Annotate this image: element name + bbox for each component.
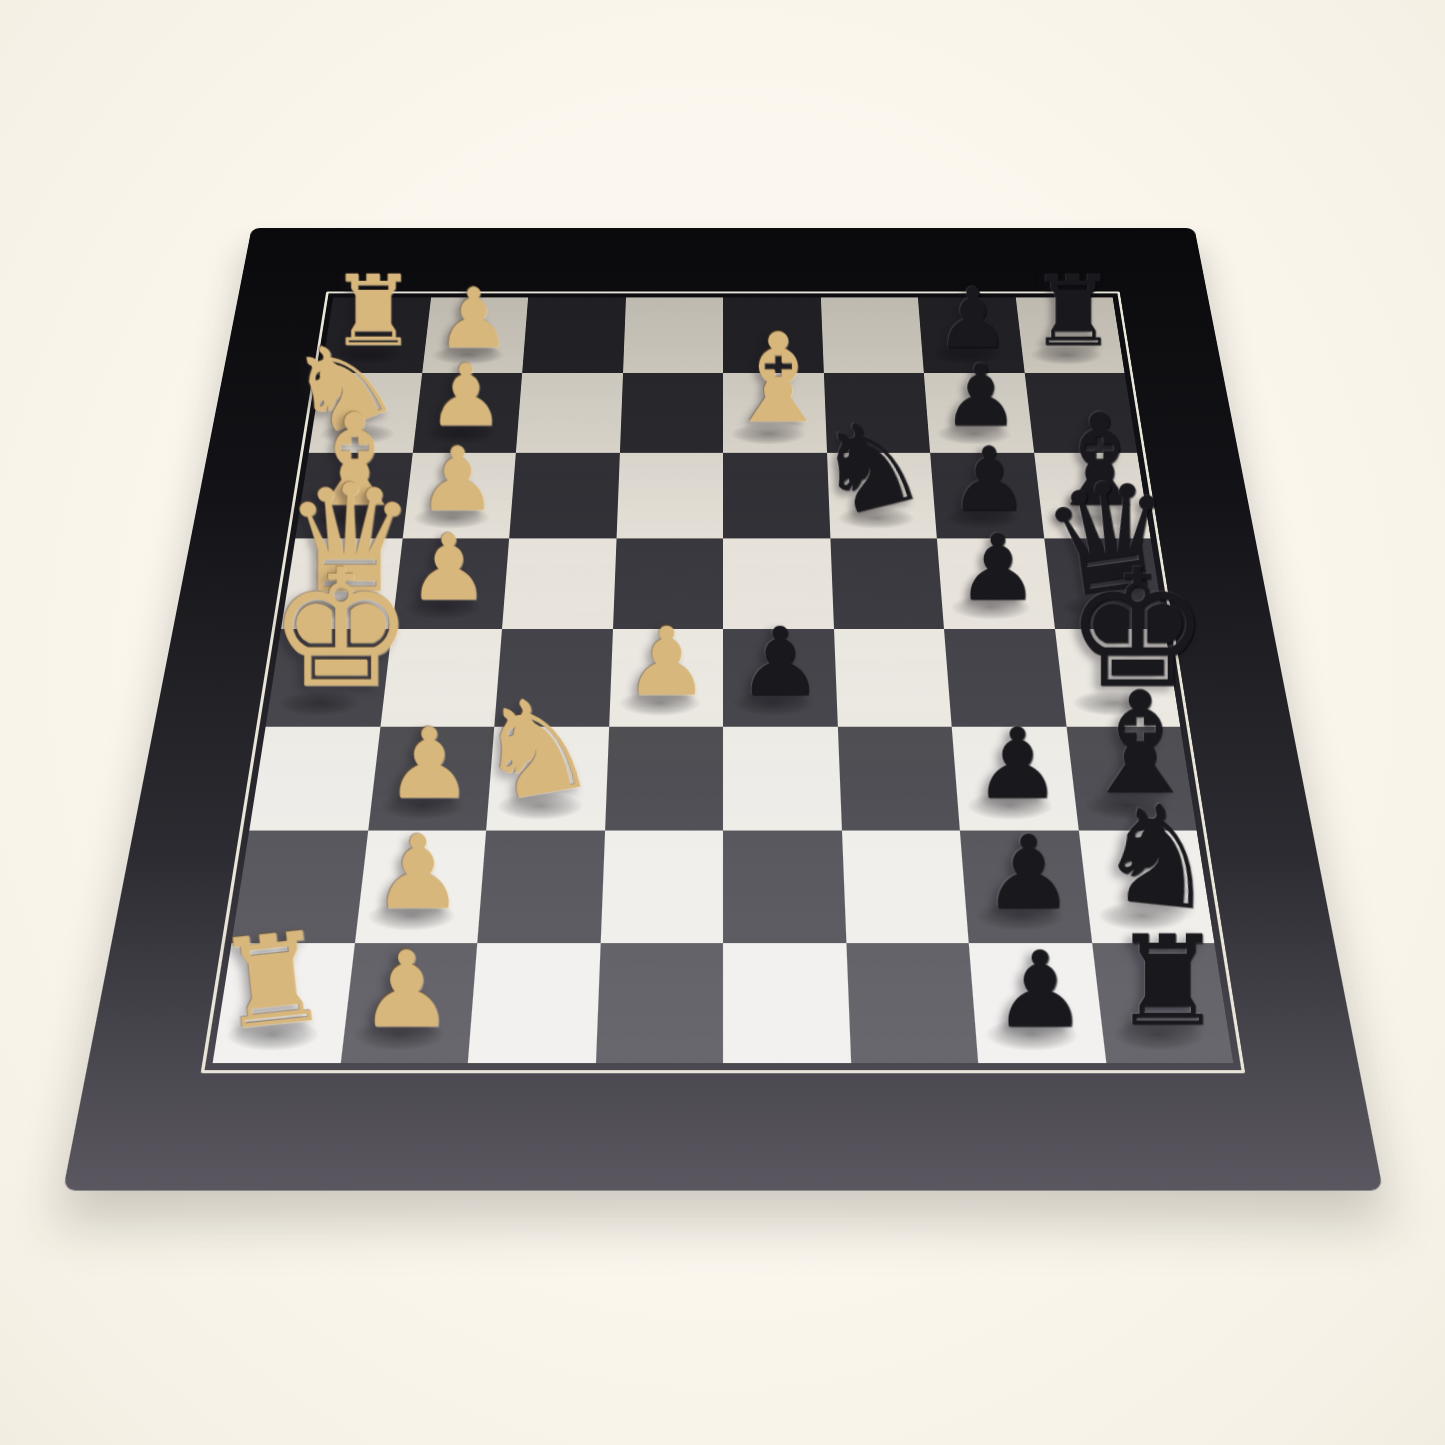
square-b7	[924, 373, 1034, 453]
piece-white-pawn-h2: ♟	[340, 943, 477, 1064]
square-d3	[502, 538, 616, 629]
white-pawn-icon: ♟	[343, 938, 470, 1044]
black-pawn-icon: ♟	[977, 938, 1104, 1044]
square-b4	[619, 373, 723, 453]
piece-white-king-e1: ♚	[266, 629, 392, 726]
white-pawn-icon: ♟	[370, 715, 488, 813]
square-c6	[827, 453, 937, 538]
square-a5	[723, 297, 823, 372]
square-a8	[1015, 297, 1124, 372]
black-pawn-icon: ♟	[723, 616, 837, 711]
square-a3	[522, 297, 625, 372]
piece-black-pawn-h7: ♟	[969, 943, 1106, 1064]
piece-white-knight-f3: ♞	[486, 726, 609, 830]
black-pawn-icon: ♟	[967, 822, 1089, 924]
piece-black-pawn-g7: ♟	[960, 831, 1092, 943]
square-a2	[422, 297, 528, 372]
square-b8	[1024, 373, 1137, 453]
square-c8	[1034, 453, 1151, 538]
square-b1	[309, 373, 422, 453]
black-rook-icon: ♜	[1103, 919, 1230, 1043]
piece-black-pawn-e5: ♟	[723, 629, 837, 726]
white-rook-icon: ♜	[203, 913, 342, 1050]
square-b3	[516, 373, 623, 453]
square-b5	[723, 373, 827, 453]
white-pawn-icon: ♟	[609, 616, 723, 711]
piece-white-rook-h1: ♜	[213, 943, 355, 1064]
photo-scene: ♜♞♝♛♚♜♝♞♟♟♟♟♟♟♟♟♜♞♝♛♚♝♞♜♟♟♟♟♟♟♟♟	[0, 0, 1445, 1445]
square-b2	[412, 373, 522, 453]
square-c3	[509, 453, 619, 538]
square-b6	[823, 373, 930, 453]
square-a4	[623, 297, 723, 372]
white-king-icon: ♚	[268, 548, 382, 711]
square-d7	[937, 538, 1055, 629]
square-c2	[402, 453, 516, 538]
black-pawn-icon: ♟	[959, 715, 1077, 813]
piece-black-rook-h8: ♜	[1092, 943, 1234, 1064]
square-a1	[321, 297, 430, 372]
chess-board: ♜♞♝♛♚♜♝♞♟♟♟♟♟♟♟♟♜♞♝♛♚♝♞♜♟♟♟♟♟♟♟♟	[63, 228, 1383, 1191]
square-c7	[930, 453, 1044, 538]
white-pawn-icon: ♟	[357, 822, 479, 924]
piece-white-pawn-g2: ♟	[354, 831, 486, 943]
square-a7	[918, 297, 1024, 372]
square-c5	[723, 453, 830, 538]
piece-white-pawn-e4: ♟	[609, 629, 723, 726]
square-a6	[820, 297, 923, 372]
square-d6	[830, 538, 944, 629]
square-c4	[616, 453, 723, 538]
square-c1	[295, 453, 412, 538]
